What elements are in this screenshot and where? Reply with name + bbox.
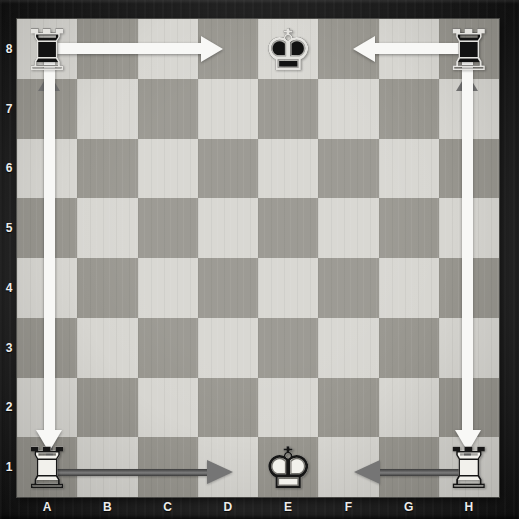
file-label-b: B — [103, 500, 112, 514]
piece-white-king-e1[interactable]: ♚♔ — [258, 437, 318, 497]
file-label-g: G — [404, 500, 413, 514]
rank-label-1: 1 — [6, 460, 13, 474]
file-label-a: A — [43, 500, 52, 514]
rank-label-2: 2 — [6, 400, 13, 414]
file-label-d: D — [224, 500, 233, 514]
rank-label-5: 5 — [6, 221, 13, 235]
chessboard-frame: ♜♖♚♔♜♖♜♖♚♔♜♖ 87654321 ABCDEFGH — [0, 0, 519, 519]
white-rook-outline-icon: ♖ — [17, 437, 77, 497]
rank-label-7: 7 — [6, 102, 13, 116]
file-label-f: F — [345, 500, 352, 514]
file-label-h: H — [465, 500, 474, 514]
black-rook-outline-icon: ♖ — [439, 19, 499, 79]
rank-label-3: 3 — [6, 341, 13, 355]
piece-white-rook-a1[interactable]: ♜♖ — [17, 437, 77, 497]
piece-black-rook-a8[interactable]: ♜♖ — [17, 19, 77, 79]
file-label-c: C — [163, 500, 172, 514]
board: ♜♖♚♔♜♖♜♖♚♔♜♖ — [17, 19, 499, 497]
pieces-layer: ♜♖♚♔♜♖♜♖♚♔♜♖ — [17, 19, 499, 497]
rank-label-8: 8 — [6, 42, 13, 56]
black-king-outline-icon: ♔ — [258, 19, 318, 79]
rank-label-4: 4 — [6, 281, 13, 295]
piece-black-king-e8[interactable]: ♚♔ — [258, 19, 318, 79]
black-rook-outline-icon: ♖ — [17, 19, 77, 79]
piece-black-rook-h8[interactable]: ♜♖ — [439, 19, 499, 79]
rank-label-6: 6 — [6, 161, 13, 175]
white-king-outline-icon: ♔ — [258, 437, 318, 497]
file-label-e: E — [284, 500, 292, 514]
white-rook-outline-icon: ♖ — [439, 437, 499, 497]
piece-white-rook-h1[interactable]: ♜♖ — [439, 437, 499, 497]
